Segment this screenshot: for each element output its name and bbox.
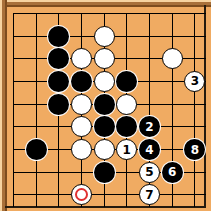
move-number-label: 7 (145, 188, 153, 200)
move-number-label: 3 (191, 75, 199, 87)
stone-black (71, 71, 92, 92)
stone-black (48, 26, 69, 47)
stone-black (26, 139, 47, 160)
stone-white (94, 26, 115, 47)
grid-line-h-9 (13, 194, 206, 195)
go-diagram: 32148567 (0, 0, 211, 211)
stone-white (71, 48, 92, 69)
stone-white (71, 116, 92, 137)
stone-white (94, 71, 115, 92)
stone-white-move-3: 3 (184, 71, 205, 92)
stone-white-move-7: 7 (139, 184, 160, 205)
stone-white (71, 139, 92, 160)
stone-black (48, 94, 69, 115)
stone-black (94, 116, 115, 137)
stone-white (71, 94, 92, 115)
grid-line-h-1 (13, 13, 206, 14)
move-number-label: 1 (123, 143, 131, 155)
stone-black (94, 94, 115, 115)
stone-white (94, 139, 115, 160)
move-number-label: 2 (145, 120, 153, 132)
grid-line-v-2 (36, 13, 37, 207)
stone-black-move-4: 4 (139, 139, 160, 160)
stone-white (162, 48, 183, 69)
stone-black (48, 71, 69, 92)
move-number-label: 8 (191, 143, 199, 155)
stone-white (94, 48, 115, 69)
go-board: 32148567 (0, 0, 211, 211)
stone-black (116, 71, 137, 92)
grid-line-v-9 (194, 13, 195, 207)
stone-black-move-8: 8 (184, 139, 205, 160)
stone-white-circled (71, 184, 92, 205)
stone-white-move-5: 5 (139, 162, 160, 183)
stone-white (116, 94, 137, 115)
stone-black-move-2: 2 (139, 116, 160, 137)
move-number-label: 4 (145, 143, 153, 155)
move-number-label: 6 (168, 166, 176, 178)
circle-mark-icon (75, 188, 88, 201)
stone-black-move-6: 6 (162, 162, 183, 183)
move-number-label: 5 (145, 166, 153, 178)
grid-line-v-1 (13, 13, 14, 207)
stone-black (116, 116, 137, 137)
stone-white-move-1: 1 (116, 139, 137, 160)
stone-black (94, 162, 115, 183)
stone-black (48, 48, 69, 69)
